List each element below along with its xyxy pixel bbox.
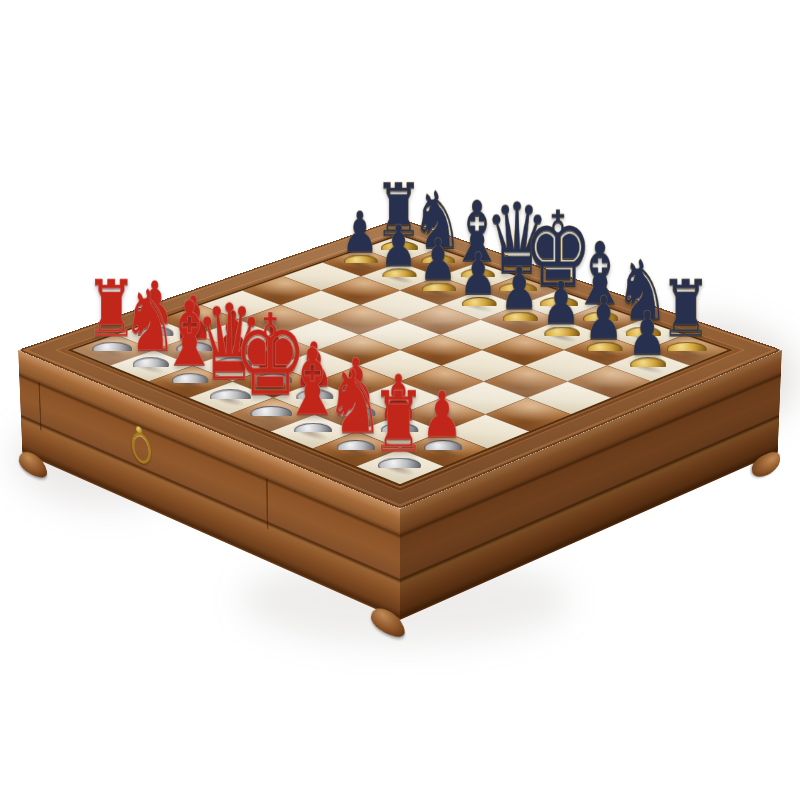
- scene: ♜♞♝♛♚♝♞♜♟♟♟♟♟♟♟♟♟♟♟♟♟♟♟♟♜♞♝♛♚♝♞♜: [0, 0, 800, 800]
- chess-set-photo: ♜♞♝♛♚♝♞♜♟♟♟♟♟♟♟♟♟♟♟♟♟♟♟♟♜♞♝♛♚♝♞♜: [0, 0, 800, 800]
- pawn-glyph: ♟: [602, 303, 692, 364]
- wooden-chest-top: ♜♞♝♛♚♝♞♜♟♟♟♟♟♟♟♟♟♟♟♟♟♟♟♟♜♞♝♛♚♝♞♜: [18, 218, 782, 508]
- rook-glyph: ♜: [351, 380, 447, 464]
- brass-ring-pull-icon: [131, 429, 151, 467]
- bun-foot: [18, 447, 47, 481]
